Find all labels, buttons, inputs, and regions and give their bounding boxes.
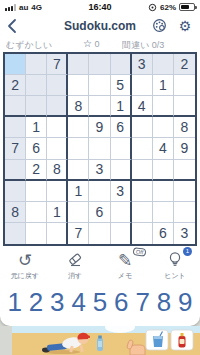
theme-palette-button[interactable] [151,18,167,34]
sudoku-cell-r6c2[interactable]: 2 [26,160,47,181]
sudoku-cell-r6c9[interactable] [174,160,195,181]
sudoku-cell-r4c5[interactable]: 9 [89,117,110,138]
sudoku-cell-r2c6[interactable]: 5 [111,75,132,96]
sudoku-cell-r1c2[interactable] [26,54,47,75]
sudoku-cell-r5c8[interactable]: 4 [153,138,174,159]
sudoku-cell-r8c1[interactable]: 8 [5,202,26,223]
sudoku-cell-r8c2[interactable] [26,202,47,223]
sudoku-cell-r4c2[interactable]: 1 [26,117,47,138]
sudoku-cell-r9c5[interactable] [89,223,110,244]
sudoku-cell-r1c6[interactable] [111,54,132,75]
sudoku-cell-r7c6[interactable]: 3 [111,181,132,202]
sudoku-cell-r8c8[interactable] [153,202,174,223]
sudoku-cell-r9c9[interactable]: 3 [174,223,195,244]
gear-icon: ⚙ [179,18,192,34]
app-screen: au 4G 16:40 62% Sudoku.com [0,0,200,355]
sudoku-cell-r2c2[interactable] [26,75,47,96]
sudoku-cell-r3c2[interactable] [26,96,47,117]
memo-button[interactable]: Off ✎ メモ [102,250,148,281]
sudoku-cell-r4c4[interactable] [68,117,89,138]
sudoku-cell-r4c8[interactable] [153,117,174,138]
sudoku-cell-r9c3[interactable] [47,223,68,244]
numpad-1[interactable]: 1 [4,284,25,320]
sudoku-cell-r5c2[interactable]: 6 [26,138,47,159]
hint-count-badge: 1 [183,247,192,256]
sudoku-cell-r6c3[interactable]: 8 [47,160,68,181]
mistakes-value: 0/3 [152,40,165,50]
memo-off-badge: Off [132,247,146,257]
sudoku-cell-r6c7[interactable] [132,160,153,181]
sudoku-cell-r7c4[interactable]: 1 [68,181,89,202]
sudoku-cell-r5c4[interactable] [68,138,89,159]
numpad-2[interactable]: 2 [25,284,46,320]
sudoku-cell-r3c6[interactable]: 1 [111,96,132,117]
rotation-lock-icon [148,3,157,12]
sudoku-cell-r5c7[interactable] [132,138,153,159]
sudoku-cell-r9c7[interactable] [132,223,153,244]
numpad-4[interactable]: 4 [68,284,89,320]
undo-label: 元に戻す [11,271,39,281]
numpad-8[interactable]: 8 [153,284,174,320]
sudoku-cell-r3c8[interactable] [153,96,174,117]
sudoku-cell-r2c8[interactable]: 1 [153,75,174,96]
sudoku-cell-r9c6[interactable] [111,223,132,244]
sudoku-cell-r7c3[interactable] [47,181,68,202]
numpad-3[interactable]: 3 [47,284,68,320]
pencil-icon: ✎ [118,250,132,270]
header: Sudoku.com ⚙ [0,14,200,38]
sudoku-cell-r6c5[interactable]: 3 [89,160,110,181]
mistakes-label: 間違い [122,40,149,50]
sudoku-cell-r9c2[interactable] [26,223,47,244]
mistakes-counter: 間違い 0/3 [122,39,164,52]
sudoku-cell-r1c3[interactable]: 7 [47,54,68,75]
erase-label: 消す [68,271,82,281]
sudoku-cell-r1c9[interactable]: 2 [174,54,195,75]
sudoku-cell-r6c8[interactable] [153,160,174,181]
score-value: 0 [94,39,99,49]
sudoku-cell-r8c4[interactable] [68,202,89,223]
sudoku-cell-r9c4[interactable]: 7 [68,223,89,244]
numpad-5[interactable]: 5 [89,284,110,320]
sudoku-cell-r8c6[interactable] [111,202,132,223]
sudoku-board: 7322518141968764928313816763 [3,52,197,246]
sudoku-cell-r4c9[interactable]: 8 [174,117,195,138]
hint-button[interactable]: 1 ヒント [152,250,198,281]
sudoku-cell-r7c9[interactable] [174,181,195,202]
sudoku-cell-r2c9[interactable] [174,75,195,96]
difficulty-label: むずかしい [6,39,52,52]
hint-label: ヒント [164,271,186,281]
undo-button[interactable]: ↺ 元に戻す [2,250,48,281]
network-label: 4G [31,3,42,12]
sudoku-cell-r2c3[interactable] [47,75,68,96]
chevron-left-icon [7,18,17,34]
memo-label: メモ [118,271,132,281]
ad-banner[interactable] [0,326,200,355]
sudoku-cell-r4c7[interactable] [132,117,153,138]
sudoku-cell-r4c3[interactable] [47,117,68,138]
ketchup-bottle-choice[interactable] [171,330,193,350]
toolbar: ↺ 元に戻す 消す Off ✎ メモ [0,250,200,286]
sudoku-cell-r1c7[interactable]: 3 [132,54,153,75]
sudoku-cell-r7c7[interactable] [132,181,153,202]
battery-icon [179,3,195,11]
carrier-label: au [19,3,28,12]
lightbulb-icon [166,250,184,270]
numpad-6[interactable]: 6 [111,284,132,320]
sudoku-cell-r2c1[interactable]: 2 [5,75,26,96]
ad-scene [12,326,200,355]
sudoku-cell-r7c8[interactable] [153,181,174,202]
sudoku-cell-r5c5[interactable] [89,138,110,159]
settings-button[interactable]: ⚙ [177,18,193,34]
battery-percent: 62% [160,3,176,12]
sudoku-cell-r3c3[interactable] [47,96,68,117]
sudoku-cell-r4c6[interactable]: 6 [111,117,132,138]
sudoku-cell-r9c8[interactable]: 6 [153,223,174,244]
back-button[interactable] [7,18,23,34]
sudoku-cell-r5c3[interactable] [47,138,68,159]
sudoku-cell-r8c9[interactable] [174,202,195,223]
number-pad: 123456789 [0,284,200,320]
sudoku-cell-r2c4[interactable] [68,75,89,96]
sudoku-cell-r7c1[interactable] [5,181,26,202]
sudoku-cell-r5c9[interactable]: 9 [174,138,195,159]
sudoku-cell-r6c6[interactable] [111,160,132,181]
sudoku-cell-r9c1[interactable] [5,223,26,244]
sudoku-cell-r3c9[interactable] [174,96,195,117]
sudoku-cell-r3c4[interactable]: 8 [68,96,89,117]
sudoku-cell-r1c4[interactable] [68,54,89,75]
sudoku-cell-r1c5[interactable] [89,54,110,75]
sudoku-cell-r5c1[interactable]: 7 [5,138,26,159]
numpad-7[interactable]: 7 [132,284,153,320]
signal-strength-icon [5,4,16,11]
app-card: au 4G 16:40 62% Sudoku.com [0,0,200,326]
sudoku-cell-r8c5[interactable]: 6 [89,202,110,223]
star-icon: ☆ [83,38,92,49]
sudoku-cell-r8c3[interactable]: 1 [47,202,68,223]
sudoku-cell-r4c1[interactable] [5,117,26,138]
game-info-bar: むずかしい ☆ 0 間違い 0/3 [0,38,200,52]
sudoku-cell-r1c8[interactable] [153,54,174,75]
sudoku-cell-r3c1[interactable] [5,96,26,117]
erase-button[interactable]: 消す [52,250,98,281]
sudoku-cell-r7c5[interactable] [89,181,110,202]
score-group: ☆ 0 [83,38,100,49]
numpad-9[interactable]: 9 [175,284,196,320]
status-bar: au 4G 16:40 62% [0,0,200,14]
sudoku-cell-r8c7[interactable] [132,202,153,223]
water-glass-choice[interactable] [146,330,168,350]
sudoku-cell-r2c5[interactable] [89,75,110,96]
sudoku-cell-r2c7[interactable] [132,75,153,96]
undo-icon: ↺ [18,250,32,270]
sudoku-cell-r1c1[interactable] [5,54,26,75]
sudoku-cell-r6c4[interactable] [68,160,89,181]
sudoku-cell-r6c1[interactable] [5,160,26,181]
palette-icon [152,18,167,33]
sudoku-cell-r3c5[interactable] [89,96,110,117]
sudoku-cell-r5c6[interactable] [111,138,132,159]
sudoku-cell-r7c2[interactable] [26,181,47,202]
eraser-icon [66,250,84,270]
sudoku-cell-r3c7[interactable]: 4 [132,96,153,117]
